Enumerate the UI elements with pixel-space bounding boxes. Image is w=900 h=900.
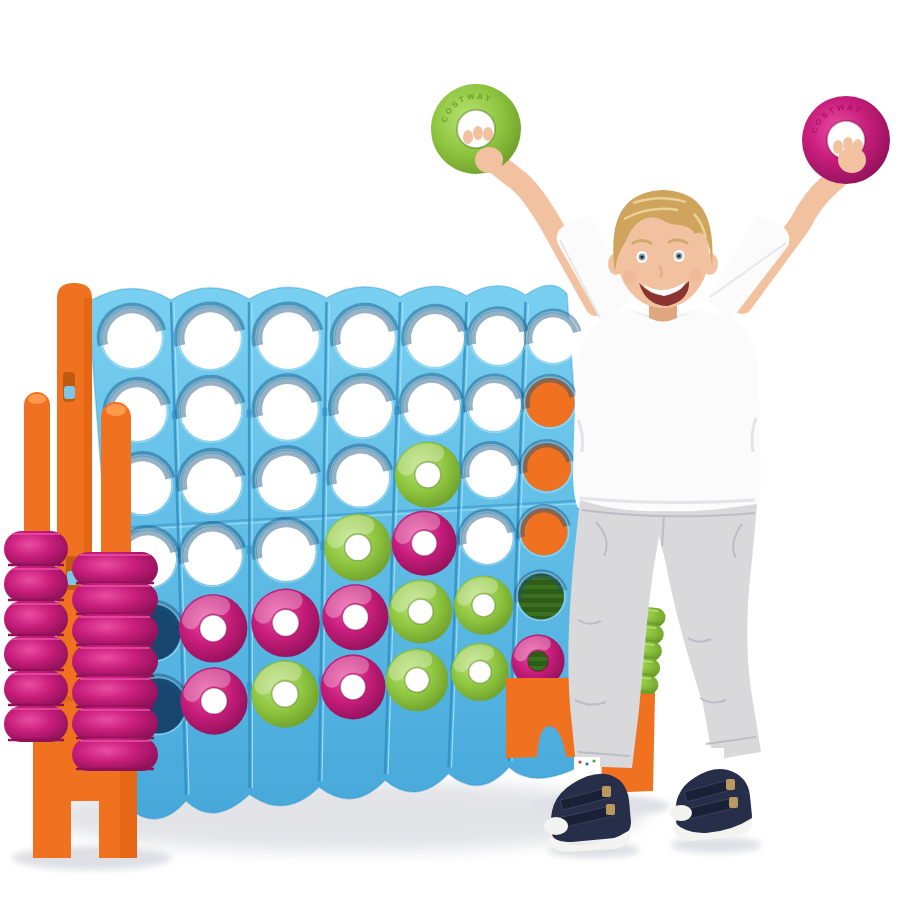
ring-green-r6c3 [251,660,318,727]
stack-ring [72,552,158,585]
divider-notch [322,407,327,416]
shoe-buckle [602,786,611,797]
stack-ring [72,614,158,647]
boy-shirt [573,309,761,508]
sock-dot [592,759,595,762]
left-outer-post [24,392,50,552]
finger [853,139,863,153]
ring-magenta-r5c2 [179,594,247,662]
sock-dot [585,762,588,765]
stack-ring [4,531,68,567]
divider-notch [247,545,252,554]
ring-green-r6c6 [451,643,509,701]
ring-magenta-r6c4 [321,655,386,720]
stack-ring [4,601,68,637]
left-inner-post [101,402,131,572]
magenta-ring-storage-stack-inner [72,552,158,771]
divider-notch [247,409,252,418]
finger [473,126,483,140]
stack-ring [72,707,158,740]
pupil-right [677,254,680,257]
shoe-toecap [670,805,692,821]
finger [843,137,853,151]
ring-green-r5c6 [454,576,513,635]
shoe-toecap [544,817,568,835]
cheek-left [623,270,637,284]
finger [483,127,493,141]
left-outer-post-cap [28,394,46,404]
sock-dot [578,760,581,763]
ring-magenta-r6c2 [180,667,247,734]
left-inner-post-cap [106,404,126,416]
leg-clip-upper [64,386,75,399]
boy-pants [568,500,761,768]
boy-right-fist [838,147,866,173]
stack-ring [4,566,68,602]
product-photo: costway [0,0,900,900]
stack-ring [4,706,68,742]
divider-notch [247,681,252,690]
pupil-left [640,255,643,258]
finger [833,140,843,154]
ring-green-r4c4 [324,514,391,581]
ring-magenta-r4c5 [392,511,457,576]
boy-left-fist [475,147,503,173]
stack-ring [72,738,158,771]
ring-green-r3c5 [395,442,461,508]
shoe-buckle [729,797,738,808]
ring-magenta-r5c4 [322,584,388,650]
stack-ring [4,671,68,707]
stack-ring [72,583,158,616]
shoe-buckle [606,804,615,815]
boy-shoe-right [670,769,752,841]
scene-svg: costway [0,0,900,900]
ring-magenta-r5c3 [251,589,319,657]
stack-ring [72,676,158,709]
sock-right [700,748,724,760]
finger [463,130,473,144]
shoe-buckle [726,779,735,790]
stack-ring [4,636,68,672]
cheek-right [689,268,703,282]
stack-ring [72,645,158,678]
ring-green-r6c5 [386,649,449,712]
ring-green-r5c5 [389,580,453,644]
